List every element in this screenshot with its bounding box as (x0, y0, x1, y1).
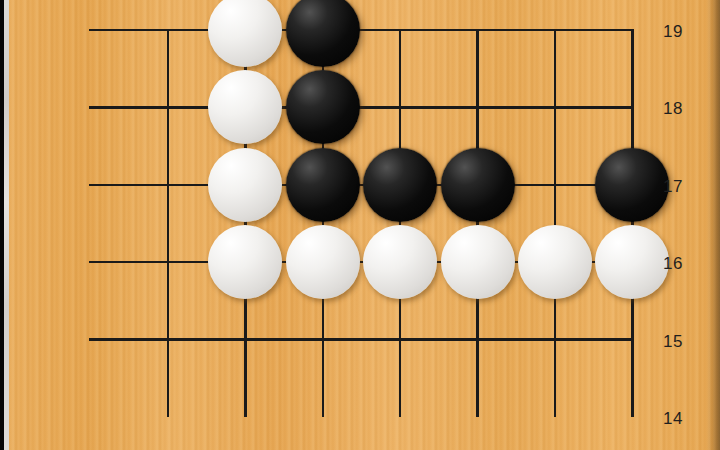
row-label-17: 17 (652, 177, 694, 197)
stone-white-O17 (208, 148, 282, 222)
grid-hline-15 (89, 338, 634, 341)
stone-white-O19 (208, 0, 282, 67)
grid-vline-S (554, 29, 557, 418)
grid-vline-T (631, 29, 634, 418)
row-label-19: 19 (652, 22, 694, 42)
stone-white-O18 (208, 70, 282, 144)
row-label-14: 14 (652, 409, 694, 429)
row-label-15: 15 (652, 332, 694, 352)
grid-vline-R (476, 29, 479, 418)
stone-black-R17 (441, 148, 515, 222)
row-label-18: 18 (652, 99, 694, 119)
stone-white-Q16 (363, 225, 437, 299)
stone-white-P16 (286, 225, 360, 299)
stone-white-S16 (518, 225, 592, 299)
go-app-screen: 191817161514 (0, 0, 720, 450)
stone-black-P18 (286, 70, 360, 144)
go-board[interactable]: 191817161514 (0, 0, 720, 450)
stone-white-R16 (441, 225, 515, 299)
stone-black-Q17 (363, 148, 437, 222)
grid-hline-17 (89, 184, 634, 187)
stone-black-P19 (286, 0, 360, 67)
stone-white-O16 (208, 225, 282, 299)
grid-hline-19 (89, 29, 634, 32)
row-label-16: 16 (652, 254, 694, 274)
grid-vline-Q (399, 29, 402, 418)
right-edge-shadow (706, 0, 720, 450)
stone-black-P17 (286, 148, 360, 222)
grid-vline-N (167, 29, 170, 418)
grid-hline-18 (89, 106, 634, 109)
